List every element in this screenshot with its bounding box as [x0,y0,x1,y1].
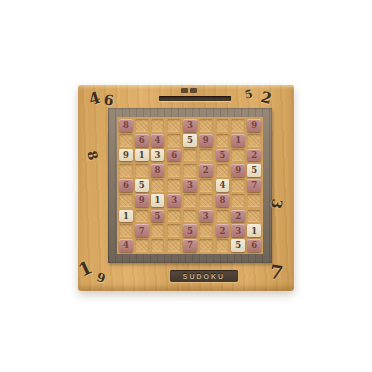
block-7: 1574 [119,210,164,252]
empty-cell-r9c3[interactable] [151,239,165,252]
tile-r9c8[interactable]: 5 [231,239,245,252]
tile-r1c9[interactable]: 9 [247,119,261,132]
empty-cell-r1c6[interactable] [199,119,213,132]
empty-cell-r4c5[interactable] [183,164,197,177]
block-1: 864913 [119,119,164,161]
tile-r3c3[interactable]: 3 [151,149,165,162]
empty-cell-r7c7[interactable] [216,210,230,223]
empty-cell-r1c7[interactable] [216,119,230,132]
tile-r4c9[interactable]: 5 [247,164,261,177]
empty-cell-r2c9[interactable] [247,134,261,147]
empty-cell-r1c4[interactable] [167,119,181,132]
tile-r8c5[interactable]: 5 [183,224,197,237]
sudoku-plaque: SUDOKU [170,270,238,282]
block-9: 223156 [216,210,261,252]
empty-cell-r5c6[interactable] [199,179,213,192]
tile-r2c3[interactable]: 4 [151,134,165,147]
empty-cell-r5c4[interactable] [167,179,181,192]
empty-cell-r9c7[interactable] [216,239,230,252]
tile-r8c9[interactable]: 1 [247,224,261,237]
tile-r8c2[interactable]: 7 [135,224,149,237]
empty-cell-r9c4[interactable] [167,239,181,252]
empty-cell-r1c8[interactable] [231,119,245,132]
block-4: 86591 [119,164,164,206]
empty-cell-r7c2[interactable] [135,210,149,223]
tile-r8c7[interactable]: 2 [216,224,230,237]
tile-r4c8[interactable]: 9 [231,164,245,177]
empty-cell-r4c7[interactable] [216,164,230,177]
tile-r5c7[interactable]: 4 [216,179,230,192]
empty-cell-r8c3[interactable] [151,224,165,237]
empty-cell-r1c2[interactable] [135,119,149,132]
tile-r7c6[interactable]: 3 [199,210,213,223]
empty-cell-r5c8[interactable] [231,179,245,192]
block-8: 357 [167,210,212,252]
empty-cell-r7c5[interactable] [183,210,197,223]
tile-r7c1[interactable]: 1 [119,210,133,223]
empty-cell-r1c3[interactable] [151,119,165,132]
empty-cell-r3c8[interactable] [231,149,245,162]
maker-mark [181,88,188,93]
tile-r5c9[interactable]: 7 [247,179,261,192]
empty-cell-r2c7[interactable] [216,134,230,147]
empty-cell-r8c4[interactable] [167,224,181,237]
tile-r5c5[interactable]: 3 [183,179,197,192]
tile-r3c9[interactable]: 2 [247,149,261,162]
empty-cell-r9c6[interactable] [199,239,213,252]
tile-r5c2[interactable]: 5 [135,179,149,192]
tile-r2c6[interactable]: 9 [199,134,213,147]
photo-background: 864913 3596 9152 86591 233 95478 1574 35… [0,0,372,372]
empty-cell-r3c5[interactable] [183,149,197,162]
tile-r7c8[interactable]: 2 [231,210,245,223]
tile-r8c8[interactable]: 3 [231,224,245,237]
tile-r3c4[interactable]: 6 [167,149,181,162]
tile-slot [159,96,231,101]
empty-cell-r8c1[interactable] [119,224,133,237]
tile-r5c1[interactable]: 6 [119,179,133,192]
block-5: 233 [167,164,212,206]
tile-r6c7[interactable]: 8 [216,194,230,207]
empty-cell-r4c2[interactable] [135,164,149,177]
tile-r4c3[interactable]: 8 [151,164,165,177]
tile-r2c5[interactable]: 5 [183,134,197,147]
block-2: 3596 [167,119,212,161]
tile-r7c3[interactable]: 5 [151,210,165,223]
empty-cell-r7c4[interactable] [167,210,181,223]
empty-cell-r7c9[interactable] [247,210,261,223]
tile-r1c1[interactable]: 8 [119,119,133,132]
empty-cell-r6c8[interactable] [231,194,245,207]
tile-r6c3[interactable]: 1 [151,194,165,207]
empty-cell-r8c6[interactable] [199,224,213,237]
board-frame: 864913 3596 9152 86591 233 95478 1574 35… [108,108,272,263]
tile-r2c2[interactable]: 6 [135,134,149,147]
empty-cell-r6c1[interactable] [119,194,133,207]
block-3: 9152 [216,119,261,161]
tile-r9c5[interactable]: 7 [183,239,197,252]
tile-r3c1[interactable]: 9 [119,149,133,162]
empty-cell-r6c6[interactable] [199,194,213,207]
tile-r9c1[interactable]: 4 [119,239,133,252]
tile-r4c6[interactable]: 2 [199,164,213,177]
tile-r1c5[interactable]: 3 [183,119,197,132]
empty-cell-r2c4[interactable] [167,134,181,147]
sudoku-grid: 864913 3596 9152 86591 233 95478 1574 35… [117,117,263,254]
empty-cell-r2c1[interactable] [119,134,133,147]
empty-cell-r5c3[interactable] [151,179,165,192]
tile-r2c8[interactable]: 1 [231,134,245,147]
tile-r9c9[interactable]: 6 [247,239,261,252]
tile-r6c2[interactable]: 9 [135,194,149,207]
empty-cell-r4c1[interactable] [119,164,133,177]
empty-cell-r6c5[interactable] [183,194,197,207]
empty-cell-r3c6[interactable] [199,149,213,162]
empty-cell-r6c9[interactable] [247,194,261,207]
tile-r3c7[interactable]: 5 [216,149,230,162]
empty-cell-r4c4[interactable] [167,164,181,177]
empty-cell-r9c2[interactable] [135,239,149,252]
sudoku-board: 864913 3596 9152 86591 233 95478 1574 35… [78,85,294,291]
tile-r6c4[interactable]: 3 [167,194,181,207]
tile-r3c2[interactable]: 1 [135,149,149,162]
block-6: 95478 [216,164,261,206]
